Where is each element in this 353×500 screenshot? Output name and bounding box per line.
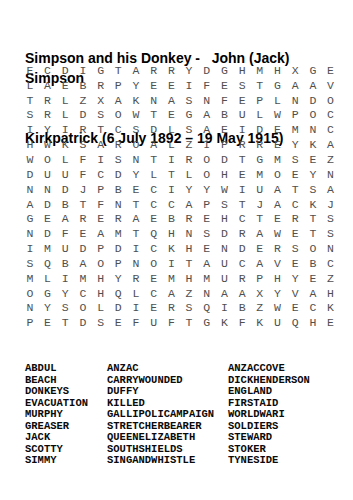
grid-cell[interactable]: E	[286, 167, 304, 182]
grid-cell[interactable]: Z	[322, 271, 340, 286]
grid-cell[interactable]: E	[21, 63, 39, 78]
grid-cell[interactable]: E	[74, 226, 92, 241]
grid-cell[interactable]: C	[233, 211, 251, 226]
grid-cell[interactable]: J	[251, 197, 269, 212]
grid-cell[interactable]: S	[56, 301, 74, 316]
grid-cell[interactable]: S	[127, 122, 145, 137]
grid-cell[interactable]: C	[163, 197, 181, 212]
grid-cell[interactable]: W	[269, 301, 287, 316]
grid-cell[interactable]: N	[21, 182, 39, 197]
grid-cell[interactable]: I	[233, 122, 251, 137]
grid-cell[interactable]: H	[21, 137, 39, 152]
grid-cell[interactable]: L	[163, 137, 181, 152]
grid-cell[interactable]: E	[233, 93, 251, 108]
grid-cell[interactable]: P	[198, 197, 216, 212]
grid-cell[interactable]: C	[233, 256, 251, 271]
grid-cell[interactable]: K	[127, 93, 145, 108]
grid-cell[interactable]: E	[216, 78, 234, 93]
grid-cell[interactable]: F	[216, 93, 234, 108]
grid-cell[interactable]: N	[145, 93, 163, 108]
grid-cell[interactable]: L	[56, 93, 74, 108]
grid-cell[interactable]: Q	[198, 301, 216, 316]
grid-cell[interactable]: L	[39, 271, 57, 286]
grid-cell[interactable]: Y	[56, 286, 74, 301]
grid-cell[interactable]: T	[251, 211, 269, 226]
grid-cell[interactable]: K	[56, 137, 74, 152]
grid-cell[interactable]: O	[198, 152, 216, 167]
grid-cell[interactable]: S	[109, 152, 127, 167]
grid-cell[interactable]: T	[286, 182, 304, 197]
grid-cell[interactable]: C	[39, 63, 57, 78]
grid-cell[interactable]: R	[180, 211, 198, 226]
grid-cell[interactable]: Z	[180, 137, 198, 152]
grid-cell[interactable]: D	[198, 63, 216, 78]
grid-cell[interactable]: O	[304, 108, 322, 123]
grid-cell[interactable]: S	[180, 301, 198, 316]
grid-cell[interactable]: E	[269, 122, 287, 137]
grid-cell[interactable]: R	[109, 137, 127, 152]
grid-cell[interactable]: T	[304, 211, 322, 226]
grid-cell[interactable]: P	[109, 78, 127, 93]
grid-cell[interactable]: A	[304, 78, 322, 93]
grid-cell[interactable]: S	[92, 315, 110, 330]
grid-cell[interactable]: O	[145, 256, 163, 271]
grid-cell[interactable]: L	[163, 122, 181, 137]
grid-cell[interactable]: F	[56, 226, 74, 241]
grid-cell[interactable]: G	[39, 286, 57, 301]
grid-cell[interactable]: D	[56, 182, 74, 197]
grid-cell[interactable]: C	[322, 256, 340, 271]
grid-cell[interactable]: H	[216, 167, 234, 182]
grid-cell[interactable]: C	[109, 122, 127, 137]
grid-cell[interactable]: A	[56, 211, 74, 226]
grid-cell[interactable]: L	[56, 108, 74, 123]
grid-cell[interactable]: D	[109, 241, 127, 256]
grid-cell[interactable]: N	[322, 167, 340, 182]
grid-cell[interactable]: B	[56, 256, 74, 271]
grid-cell[interactable]: P	[21, 315, 39, 330]
grid-cell[interactable]: A	[127, 211, 145, 226]
grid-cell[interactable]: A	[198, 108, 216, 123]
grid-cell[interactable]: O	[304, 241, 322, 256]
grid-cell[interactable]: I	[92, 152, 110, 167]
grid-cell[interactable]: C	[145, 286, 163, 301]
grid-cell[interactable]: W	[127, 108, 145, 123]
grid-cell[interactable]: L	[251, 108, 269, 123]
grid-cell[interactable]: O	[269, 167, 287, 182]
grid-cell[interactable]: O	[39, 152, 57, 167]
grid-cell[interactable]: A	[21, 197, 39, 212]
grid-cell[interactable]: D	[56, 63, 74, 78]
grid-cell[interactable]: D	[216, 226, 234, 241]
grid-cell[interactable]: H	[163, 226, 181, 241]
grid-cell[interactable]: U	[251, 182, 269, 197]
grid-cell[interactable]: R	[233, 137, 251, 152]
grid-cell[interactable]: T	[109, 63, 127, 78]
grid-cell[interactable]: C	[145, 182, 163, 197]
grid-cell[interactable]: N	[39, 182, 57, 197]
grid-cell[interactable]: E	[251, 241, 269, 256]
grid-cell[interactable]: A	[39, 78, 57, 93]
grid-cell[interactable]: D	[251, 122, 269, 137]
grid-cell[interactable]: Y	[286, 271, 304, 286]
grid-cell[interactable]: I	[163, 152, 181, 167]
grid-cell[interactable]: E	[56, 78, 74, 93]
grid-cell[interactable]: B	[216, 108, 234, 123]
grid-cell[interactable]: R	[163, 63, 181, 78]
grid-cell[interactable]: Y	[39, 301, 57, 316]
grid-cell[interactable]: F	[127, 315, 145, 330]
grid-cell[interactable]: R	[233, 226, 251, 241]
grid-cell[interactable]: Y	[127, 167, 145, 182]
grid-cell[interactable]: E	[322, 315, 340, 330]
grid-cell[interactable]: R	[39, 93, 57, 108]
grid-cell[interactable]: T	[233, 197, 251, 212]
grid-cell[interactable]: D	[39, 226, 57, 241]
grid-cell[interactable]: Z	[74, 93, 92, 108]
grid-cell[interactable]: A	[251, 226, 269, 241]
grid-cell[interactable]: M	[251, 167, 269, 182]
grid-cell[interactable]: E	[304, 152, 322, 167]
grid-cell[interactable]: A	[251, 256, 269, 271]
grid-cell[interactable]: D	[74, 108, 92, 123]
grid-cell[interactable]: T	[74, 197, 92, 212]
grid-cell[interactable]: T	[56, 315, 74, 330]
grid-cell[interactable]: R	[39, 108, 57, 123]
grid-cell[interactable]: H	[322, 286, 340, 301]
grid-cell[interactable]: E	[216, 122, 234, 137]
grid-cell[interactable]: A	[322, 137, 340, 152]
grid-cell[interactable]: C	[286, 197, 304, 212]
grid-cell[interactable]: M	[251, 63, 269, 78]
grid-cell[interactable]: A	[92, 226, 110, 241]
grid-cell[interactable]: Y	[127, 78, 145, 93]
grid-cell[interactable]: S	[233, 78, 251, 93]
grid-cell[interactable]: D	[304, 93, 322, 108]
grid-cell[interactable]: E	[269, 137, 287, 152]
grid-cell[interactable]: D	[109, 167, 127, 182]
grid-cell[interactable]: Q	[109, 286, 127, 301]
grid-cell[interactable]: T	[304, 226, 322, 241]
grid-cell[interactable]: R	[74, 211, 92, 226]
grid-cell[interactable]: C	[145, 197, 163, 212]
grid-cell[interactable]: M	[286, 122, 304, 137]
grid-cell[interactable]: A	[127, 63, 145, 78]
grid-cell[interactable]: E	[127, 182, 145, 197]
grid-cell[interactable]: I	[233, 182, 251, 197]
grid-cell[interactable]: J	[74, 182, 92, 197]
grid-cell[interactable]: D	[233, 241, 251, 256]
grid-cell[interactable]: D	[216, 152, 234, 167]
grid-cell[interactable]: I	[21, 122, 39, 137]
grid-cell[interactable]: Z	[180, 286, 198, 301]
grid-cell[interactable]: Q	[39, 256, 57, 271]
grid-cell[interactable]: M	[198, 271, 216, 286]
grid-cell[interactable]: L	[145, 167, 163, 182]
grid-cell[interactable]: A	[163, 93, 181, 108]
grid-cell[interactable]: A	[180, 197, 198, 212]
grid-cell[interactable]: Y	[269, 286, 287, 301]
grid-cell[interactable]: D	[145, 122, 163, 137]
grid-cell[interactable]: R	[269, 241, 287, 256]
grid-cell[interactable]: E	[163, 78, 181, 93]
grid-cell[interactable]: I	[198, 137, 216, 152]
grid-cell[interactable]: I	[127, 301, 145, 316]
grid-cell[interactable]: X	[251, 286, 269, 301]
grid-cell[interactable]: A	[286, 78, 304, 93]
grid-cell[interactable]: C	[92, 167, 110, 182]
grid-cell[interactable]: U	[233, 108, 251, 123]
grid-cell[interactable]: R	[233, 271, 251, 286]
grid-cell[interactable]: Y	[39, 122, 57, 137]
grid-cell[interactable]: G	[216, 63, 234, 78]
grid-cell[interactable]: A	[269, 197, 287, 212]
grid-cell[interactable]: H	[233, 63, 251, 78]
grid-cell[interactable]: M	[269, 152, 287, 167]
grid-cell[interactable]: B	[233, 301, 251, 316]
grid-cell[interactable]: S	[216, 197, 234, 212]
grid-cell[interactable]: S	[286, 241, 304, 256]
grid-cell[interactable]: P	[216, 137, 234, 152]
grid-cell[interactable]: P	[92, 182, 110, 197]
grid-cell[interactable]: N	[21, 226, 39, 241]
grid-cell[interactable]: T	[127, 226, 145, 241]
grid-cell[interactable]: D	[74, 241, 92, 256]
grid-cell[interactable]: B	[304, 256, 322, 271]
grid-cell[interactable]: C	[74, 286, 92, 301]
grid-cell[interactable]: A	[233, 286, 251, 301]
grid-cell[interactable]: F	[74, 152, 92, 167]
grid-cell[interactable]: N	[198, 286, 216, 301]
grid-cell[interactable]: W	[39, 137, 57, 152]
grid-cell[interactable]: L	[269, 93, 287, 108]
grid-cell[interactable]: G	[304, 63, 322, 78]
grid-cell[interactable]: R	[180, 152, 198, 167]
grid-cell[interactable]: F	[163, 315, 181, 330]
grid-cell[interactable]: E	[145, 78, 163, 93]
grid-cell[interactable]: I	[56, 271, 74, 286]
grid-cell[interactable]: O	[322, 93, 340, 108]
grid-cell[interactable]: E	[145, 271, 163, 286]
grid-cell[interactable]: S	[74, 137, 92, 152]
grid-cell[interactable]: N	[127, 152, 145, 167]
grid-cell[interactable]: S	[180, 122, 198, 137]
grid-cell[interactable]: R	[109, 211, 127, 226]
grid-cell[interactable]: E	[233, 167, 251, 182]
grid-cell[interactable]: V	[322, 78, 340, 93]
grid-cell[interactable]: L	[92, 301, 110, 316]
grid-cell[interactable]: U	[216, 256, 234, 271]
grid-cell[interactable]: I	[127, 241, 145, 256]
grid-cell[interactable]: T	[251, 78, 269, 93]
grid-cell[interactable]: W	[269, 108, 287, 123]
grid-cell[interactable]: S	[21, 256, 39, 271]
grid-cell[interactable]: E	[92, 211, 110, 226]
grid-cell[interactable]: H	[304, 315, 322, 330]
grid-cell[interactable]: G	[269, 78, 287, 93]
grid-cell[interactable]: Y	[304, 167, 322, 182]
grid-cell[interactable]: F	[198, 78, 216, 93]
grid-cell[interactable]: G	[251, 152, 269, 167]
grid-cell[interactable]: A	[304, 286, 322, 301]
grid-cell[interactable]: L	[127, 286, 145, 301]
grid-cell[interactable]: T	[163, 167, 181, 182]
grid-cell[interactable]: I	[163, 256, 181, 271]
grid-cell[interactable]: H	[269, 271, 287, 286]
grid-cell[interactable]: O	[92, 256, 110, 271]
grid-cell[interactable]: D	[74, 315, 92, 330]
grid-cell[interactable]: H	[269, 63, 287, 78]
grid-cell[interactable]: N	[216, 241, 234, 256]
grid-cell[interactable]: A	[163, 286, 181, 301]
grid-cell[interactable]: E	[269, 211, 287, 226]
grid-cell[interactable]: L	[56, 152, 74, 167]
grid-cell[interactable]: N	[180, 226, 198, 241]
grid-cell[interactable]: L	[180, 167, 198, 182]
grid-cell[interactable]: A	[74, 256, 92, 271]
grid-cell[interactable]: J	[322, 197, 340, 212]
grid-cell[interactable]: Y	[180, 63, 198, 78]
grid-cell[interactable]: B	[74, 78, 92, 93]
grid-cell[interactable]: H	[92, 286, 110, 301]
grid-cell[interactable]: O	[109, 108, 127, 123]
grid-cell[interactable]: P	[251, 93, 269, 108]
grid-cell[interactable]: L	[21, 78, 39, 93]
grid-cell[interactable]: A	[322, 182, 340, 197]
grid-cell[interactable]: I	[180, 78, 198, 93]
grid-cell[interactable]: T	[180, 315, 198, 330]
grid-cell[interactable]: I	[163, 182, 181, 197]
grid-cell[interactable]: R	[251, 137, 269, 152]
grid-cell[interactable]: E	[109, 315, 127, 330]
grid-cell[interactable]: T	[21, 93, 39, 108]
grid-cell[interactable]: M	[109, 226, 127, 241]
grid-cell[interactable]: D	[21, 167, 39, 182]
grid-cell[interactable]: E	[286, 256, 304, 271]
grid-cell[interactable]: S	[180, 93, 198, 108]
grid-cell[interactable]: K	[251, 315, 269, 330]
grid-cell[interactable]: O	[74, 301, 92, 316]
grid-cell[interactable]: E	[163, 108, 181, 123]
grid-cell[interactable]: D	[109, 301, 127, 316]
grid-cell[interactable]: A	[198, 256, 216, 271]
grid-cell[interactable]: Y	[286, 137, 304, 152]
grid-cell[interactable]: M	[21, 271, 39, 286]
grid-cell[interactable]: I	[216, 301, 234, 316]
grid-cell[interactable]: W	[269, 226, 287, 241]
grid-cell[interactable]: U	[216, 271, 234, 286]
grid-cell[interactable]: N	[198, 93, 216, 108]
grid-cell[interactable]: U	[56, 167, 74, 182]
grid-cell[interactable]: S	[92, 108, 110, 123]
grid-cell[interactable]: C	[145, 241, 163, 256]
grid-cell[interactable]: C	[322, 108, 340, 123]
grid-cell[interactable]: P	[286, 108, 304, 123]
grid-cell[interactable]: F	[74, 167, 92, 182]
grid-cell[interactable]: T	[145, 152, 163, 167]
grid-cell[interactable]: E	[198, 211, 216, 226]
grid-cell[interactable]: P	[251, 271, 269, 286]
grid-cell[interactable]: A	[92, 137, 110, 152]
grid-cell[interactable]: R	[163, 301, 181, 316]
grid-cell[interactable]: O	[21, 286, 39, 301]
grid-cell[interactable]: C	[322, 122, 340, 137]
grid-cell[interactable]: D	[39, 197, 57, 212]
grid-cell[interactable]: N	[322, 241, 340, 256]
grid-cell[interactable]: X	[286, 63, 304, 78]
grid-cell[interactable]: A	[198, 122, 216, 137]
grid-cell[interactable]: M	[39, 241, 57, 256]
grid-cell[interactable]: Y	[198, 182, 216, 197]
grid-cell[interactable]: E	[286, 301, 304, 316]
grid-cell[interactable]: I	[74, 63, 92, 78]
grid-cell[interactable]: T	[233, 152, 251, 167]
grid-cell[interactable]: Y	[180, 182, 198, 197]
grid-cell[interactable]: S	[322, 211, 340, 226]
grid-cell[interactable]: H	[180, 271, 198, 286]
grid-cell[interactable]: T	[145, 108, 163, 123]
grid-cell[interactable]: S	[198, 226, 216, 241]
grid-cell[interactable]: N	[304, 122, 322, 137]
grid-cell[interactable]: H	[180, 241, 198, 256]
grid-cell[interactable]: K	[304, 197, 322, 212]
grid-cell[interactable]: E	[39, 211, 57, 226]
grid-cell[interactable]: Q	[286, 315, 304, 330]
grid-cell[interactable]: Z	[251, 301, 269, 316]
grid-cell[interactable]: Q	[145, 226, 163, 241]
grid-cell[interactable]: K	[304, 137, 322, 152]
grid-cell[interactable]: U	[145, 315, 163, 330]
grid-cell[interactable]: P	[109, 256, 127, 271]
grid-cell[interactable]: E	[322, 63, 340, 78]
grid-cell[interactable]: H	[92, 271, 110, 286]
grid-cell[interactable]: N	[21, 301, 39, 316]
grid-cell[interactable]: U	[39, 167, 57, 182]
grid-cell[interactable]: H	[216, 211, 234, 226]
grid-cell[interactable]: T	[92, 122, 110, 137]
grid-cell[interactable]: A	[269, 182, 287, 197]
grid-cell[interactable]: F	[92, 197, 110, 212]
grid-cell[interactable]: E	[286, 226, 304, 241]
grid-cell[interactable]: U	[269, 315, 287, 330]
grid-cell[interactable]: E	[145, 301, 163, 316]
grid-cell[interactable]: W	[216, 182, 234, 197]
grid-cell[interactable]: B	[56, 197, 74, 212]
grid-cell[interactable]: M	[163, 271, 181, 286]
grid-cell[interactable]: W	[21, 152, 39, 167]
grid-cell[interactable]: X	[92, 93, 110, 108]
grid-cell[interactable]: B	[109, 182, 127, 197]
grid-cell[interactable]: E	[39, 315, 57, 330]
grid-cell[interactable]: K	[322, 301, 340, 316]
grid-cell[interactable]: G	[92, 63, 110, 78]
grid-cell[interactable]: R	[74, 122, 92, 137]
grid-cell[interactable]: O	[127, 137, 145, 152]
grid-cell[interactable]: G	[21, 211, 39, 226]
grid-cell[interactable]: T	[180, 256, 198, 271]
grid-cell[interactable]: E	[198, 241, 216, 256]
grid-cell[interactable]: S	[304, 182, 322, 197]
grid-cell[interactable]: Y	[109, 271, 127, 286]
grid-cell[interactable]: S	[21, 108, 39, 123]
grid-cell[interactable]: R	[92, 78, 110, 93]
grid-cell[interactable]: A	[145, 137, 163, 152]
grid-cell[interactable]: U	[56, 241, 74, 256]
grid-cell[interactable]: S	[286, 152, 304, 167]
grid-cell[interactable]: A	[109, 93, 127, 108]
grid-cell[interactable]: R	[286, 211, 304, 226]
grid-cell[interactable]: T	[127, 197, 145, 212]
